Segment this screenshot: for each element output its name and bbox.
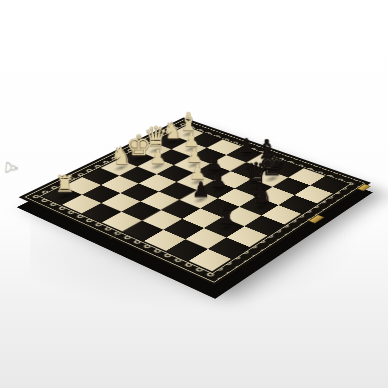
photo-stage: ♜♞♚♛♞♝♟♟♟♟♟♟♟♟♝♛♚♝♞ ♙: [0, 0, 388, 388]
piece-black-bishop-c7[interactable]: ♝: [213, 201, 239, 228]
captured-piece-offboard: ♙: [1, 159, 22, 176]
chess-board-grid: ♜♞♚♛♞♝♟♟♟♟♟♟♟♟♝♛♚♝♞: [43, 126, 347, 271]
chess-board-3d: ♜♞♚♛♞♝♟♟♟♟♟♟♟♟♝♛♚♝♞: [19, 118, 371, 287]
piece-black-knight-e7[interactable]: ♞: [249, 182, 272, 206]
piece-black-pawn-d5[interactable]: ♟: [191, 180, 209, 199]
square-c4[interactable]: [141, 192, 180, 211]
piece-white-pawn-e2[interactable]: ♟: [149, 148, 166, 166]
piece-white-rook-a1[interactable]: ♜: [54, 174, 75, 196]
piece-white-knight-d1[interactable]: ♞: [110, 145, 132, 168]
piece-black-pawn-h4[interactable]: ♟: [237, 137, 254, 155]
piece-black-pawn-e5[interactable]: ♟: [209, 171, 227, 190]
